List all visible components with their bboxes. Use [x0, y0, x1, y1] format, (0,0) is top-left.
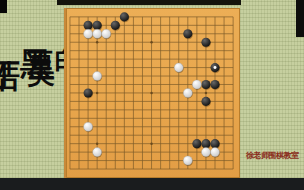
go-board[interactable]	[64, 8, 240, 178]
go-board-svg	[66, 8, 240, 178]
white-player-name: 王星昊	[27, 29, 54, 41]
letterbox-top-strip	[57, 0, 241, 5]
corner-black-patch	[0, 0, 7, 13]
board-content	[70, 12, 233, 169]
top-right-black-patch	[296, 0, 304, 37]
player-control-bar[interactable]	[0, 178, 304, 190]
video-frame[interactable]: 黑 丁浩 白 王星昊 徐老师围棋教室	[0, 0, 304, 190]
watermark-caption: 徐老师围棋教室	[246, 150, 300, 161]
